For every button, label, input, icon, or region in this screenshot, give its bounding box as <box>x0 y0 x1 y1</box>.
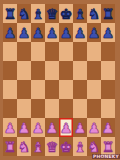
square-h7[interactable]: ♟ <box>101 23 115 42</box>
square-a6[interactable] <box>3 42 17 61</box>
white-pawn: ♟ <box>74 119 87 138</box>
square-g5[interactable] <box>87 61 101 80</box>
white-pawn: ♟ <box>102 119 115 138</box>
white-knight: ♞ <box>18 138 31 157</box>
black-king: ♚ <box>60 5 73 24</box>
white-pawn: ♟ <box>18 119 31 138</box>
black-bishop: ♝ <box>74 5 87 24</box>
black-pawn: ♟ <box>88 24 101 43</box>
square-d2[interactable]: ♟ <box>45 118 59 137</box>
square-g6[interactable] <box>87 42 101 61</box>
square-f5[interactable] <box>73 61 87 80</box>
white-pawn: ♟ <box>88 119 101 138</box>
square-d3[interactable] <box>45 99 59 118</box>
square-e1[interactable]: ♚ <box>59 137 73 156</box>
square-b8[interactable]: ♞ <box>17 4 31 23</box>
white-rook: ♜ <box>4 138 17 157</box>
square-b3[interactable] <box>17 99 31 118</box>
square-e5[interactable] <box>59 61 73 80</box>
square-f3[interactable] <box>73 99 87 118</box>
black-pawn: ♟ <box>32 24 45 43</box>
square-c3[interactable] <box>31 99 45 118</box>
square-e6[interactable] <box>59 42 73 61</box>
black-pawn: ♟ <box>60 24 73 43</box>
black-pawn: ♟ <box>46 24 59 43</box>
square-a7[interactable]: ♟ <box>3 23 17 42</box>
black-knight: ♞ <box>88 5 101 24</box>
square-b4[interactable] <box>17 80 31 99</box>
square-c8[interactable]: ♝ <box>31 4 45 23</box>
white-pawn: ♟ <box>32 119 45 138</box>
square-g4[interactable] <box>87 80 101 99</box>
square-d7[interactable]: ♟ <box>45 23 59 42</box>
white-pawn: ♟ <box>60 119 73 138</box>
square-e3[interactable] <box>59 99 73 118</box>
square-d4[interactable] <box>45 80 59 99</box>
square-e8[interactable]: ♚ <box>59 4 73 23</box>
square-g8[interactable]: ♞ <box>87 4 101 23</box>
black-pawn: ♟ <box>74 24 87 43</box>
black-knight: ♞ <box>18 5 31 24</box>
square-c7[interactable]: ♟ <box>31 23 45 42</box>
square-h3[interactable] <box>101 99 115 118</box>
square-h2[interactable]: ♟ <box>101 118 115 137</box>
square-h5[interactable] <box>101 61 115 80</box>
square-g3[interactable] <box>87 99 101 118</box>
square-g2[interactable]: ♟ <box>87 118 101 137</box>
square-c5[interactable] <box>31 61 45 80</box>
square-e7[interactable]: ♟ <box>59 23 73 42</box>
white-bishop: ♝ <box>32 138 45 157</box>
square-f1[interactable]: ♝ <box>73 137 87 156</box>
square-a8[interactable]: ♜ <box>3 4 17 23</box>
square-b1[interactable]: ♞ <box>17 137 31 156</box>
chess-game-screen: ♜♞♝♛♚♝♞♜♟♟♟♟♟♟♟♟♟♟♟♟♟♟♟♟♜♞♝♛♚♝♞♜ PHONEKY <box>0 0 120 160</box>
white-pawn: ♟ <box>46 119 59 138</box>
square-c1[interactable]: ♝ <box>31 137 45 156</box>
black-rook: ♜ <box>102 5 115 24</box>
chess-board: ♜♞♝♛♚♝♞♜♟♟♟♟♟♟♟♟♟♟♟♟♟♟♟♟♜♞♝♛♚♝♞♜ <box>3 4 115 156</box>
square-f4[interactable] <box>73 80 87 99</box>
black-pawn: ♟ <box>102 24 115 43</box>
black-pawn: ♟ <box>18 24 31 43</box>
square-a5[interactable] <box>3 61 17 80</box>
white-king: ♚ <box>60 138 73 157</box>
square-f2[interactable]: ♟ <box>73 118 87 137</box>
square-a2[interactable]: ♟ <box>3 118 17 137</box>
square-b7[interactable]: ♟ <box>17 23 31 42</box>
square-e2[interactable]: ♟ <box>59 118 73 137</box>
square-b6[interactable] <box>17 42 31 61</box>
square-b2[interactable]: ♟ <box>17 118 31 137</box>
black-queen: ♛ <box>46 5 59 24</box>
square-e4[interactable] <box>59 80 73 99</box>
square-a1[interactable]: ♜ <box>3 137 17 156</box>
square-a4[interactable] <box>3 80 17 99</box>
square-f8[interactable]: ♝ <box>73 4 87 23</box>
square-f6[interactable] <box>73 42 87 61</box>
black-pawn: ♟ <box>4 24 17 43</box>
square-h6[interactable] <box>101 42 115 61</box>
square-h4[interactable] <box>101 80 115 99</box>
square-c2[interactable]: ♟ <box>31 118 45 137</box>
watermark: PHONEKY <box>92 154 120 159</box>
square-g7[interactable]: ♟ <box>87 23 101 42</box>
square-a3[interactable] <box>3 99 17 118</box>
square-h8[interactable]: ♜ <box>101 4 115 23</box>
white-bishop: ♝ <box>74 138 87 157</box>
square-c6[interactable] <box>31 42 45 61</box>
square-d5[interactable] <box>45 61 59 80</box>
white-pawn: ♟ <box>4 119 17 138</box>
white-queen: ♛ <box>46 138 59 157</box>
square-d1[interactable]: ♛ <box>45 137 59 156</box>
square-c4[interactable] <box>31 80 45 99</box>
square-f7[interactable]: ♟ <box>73 23 87 42</box>
square-d6[interactable] <box>45 42 59 61</box>
black-rook: ♜ <box>4 5 17 24</box>
black-bishop: ♝ <box>32 5 45 24</box>
square-b5[interactable] <box>17 61 31 80</box>
square-d8[interactable]: ♛ <box>45 4 59 23</box>
